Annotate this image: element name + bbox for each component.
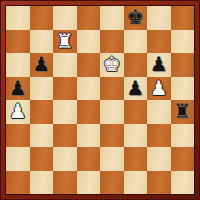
square-g1[interactable]: [147, 171, 171, 195]
square-h6[interactable]: [171, 53, 195, 77]
square-c1[interactable]: [53, 171, 77, 195]
square-f3[interactable]: [124, 124, 148, 148]
piece-white-king[interactable]: ♚: [103, 53, 121, 77]
square-f6[interactable]: [124, 53, 148, 77]
square-g3[interactable]: [147, 124, 171, 148]
square-d2[interactable]: [77, 147, 101, 171]
square-d7[interactable]: [77, 30, 101, 54]
square-f8[interactable]: ♚: [124, 6, 148, 30]
square-h8[interactable]: [171, 6, 195, 30]
square-h2[interactable]: [171, 147, 195, 171]
piece-black-rook[interactable]: ♜: [173, 100, 191, 124]
square-b1[interactable]: [30, 171, 54, 195]
square-e8[interactable]: [100, 6, 124, 30]
square-g6[interactable]: ♟: [147, 53, 171, 77]
square-d3[interactable]: [77, 124, 101, 148]
chess-board: ♚♜♟♚♟♟♟♟♟♜: [5, 5, 195, 195]
square-d5[interactable]: [77, 77, 101, 101]
square-h4[interactable]: ♜: [171, 100, 195, 124]
square-c7[interactable]: ♜: [53, 30, 77, 54]
square-e2[interactable]: [100, 147, 124, 171]
square-d6[interactable]: [77, 53, 101, 77]
square-g5[interactable]: ♟: [147, 77, 171, 101]
piece-black-pawn[interactable]: ♟: [9, 77, 27, 101]
square-b2[interactable]: [30, 147, 54, 171]
square-g8[interactable]: [147, 6, 171, 30]
square-h1[interactable]: [171, 171, 195, 195]
square-g7[interactable]: [147, 30, 171, 54]
square-b7[interactable]: [30, 30, 54, 54]
piece-black-pawn[interactable]: ♟: [150, 53, 168, 77]
square-g2[interactable]: [147, 147, 171, 171]
square-f2[interactable]: [124, 147, 148, 171]
square-e1[interactable]: [100, 171, 124, 195]
square-c4[interactable]: [53, 100, 77, 124]
square-e5[interactable]: [100, 77, 124, 101]
square-d4[interactable]: [77, 100, 101, 124]
square-e7[interactable]: [100, 30, 124, 54]
piece-black-pawn[interactable]: ♟: [32, 53, 50, 77]
square-b3[interactable]: [30, 124, 54, 148]
square-b5[interactable]: [30, 77, 54, 101]
piece-black-king[interactable]: ♚: [126, 6, 144, 30]
square-f1[interactable]: [124, 171, 148, 195]
square-e6[interactable]: ♚: [100, 53, 124, 77]
square-b8[interactable]: [30, 6, 54, 30]
square-e4[interactable]: [100, 100, 124, 124]
square-d1[interactable]: [77, 171, 101, 195]
square-a3[interactable]: [6, 124, 30, 148]
square-h3[interactable]: [171, 124, 195, 148]
piece-white-pawn[interactable]: ♟: [9, 100, 27, 124]
square-c5[interactable]: [53, 77, 77, 101]
square-a5[interactable]: ♟: [6, 77, 30, 101]
piece-black-pawn[interactable]: ♟: [126, 77, 144, 101]
square-b4[interactable]: [30, 100, 54, 124]
board-frame: ♚♜♟♚♟♟♟♟♟♜: [0, 0, 200, 200]
square-a1[interactable]: [6, 171, 30, 195]
square-a6[interactable]: [6, 53, 30, 77]
square-f7[interactable]: [124, 30, 148, 54]
square-c6[interactable]: [53, 53, 77, 77]
square-h5[interactable]: [171, 77, 195, 101]
square-f4[interactable]: [124, 100, 148, 124]
square-c3[interactable]: [53, 124, 77, 148]
piece-white-rook[interactable]: ♜: [56, 30, 74, 54]
piece-white-pawn[interactable]: ♟: [150, 77, 168, 101]
square-d8[interactable]: [77, 6, 101, 30]
square-a4[interactable]: ♟: [6, 100, 30, 124]
square-h7[interactable]: [171, 30, 195, 54]
square-c2[interactable]: [53, 147, 77, 171]
square-c8[interactable]: [53, 6, 77, 30]
square-b6[interactable]: ♟: [30, 53, 54, 77]
square-a7[interactable]: [6, 30, 30, 54]
square-a8[interactable]: [6, 6, 30, 30]
square-a2[interactable]: [6, 147, 30, 171]
square-f5[interactable]: ♟: [124, 77, 148, 101]
square-e3[interactable]: [100, 124, 124, 148]
square-g4[interactable]: [147, 100, 171, 124]
